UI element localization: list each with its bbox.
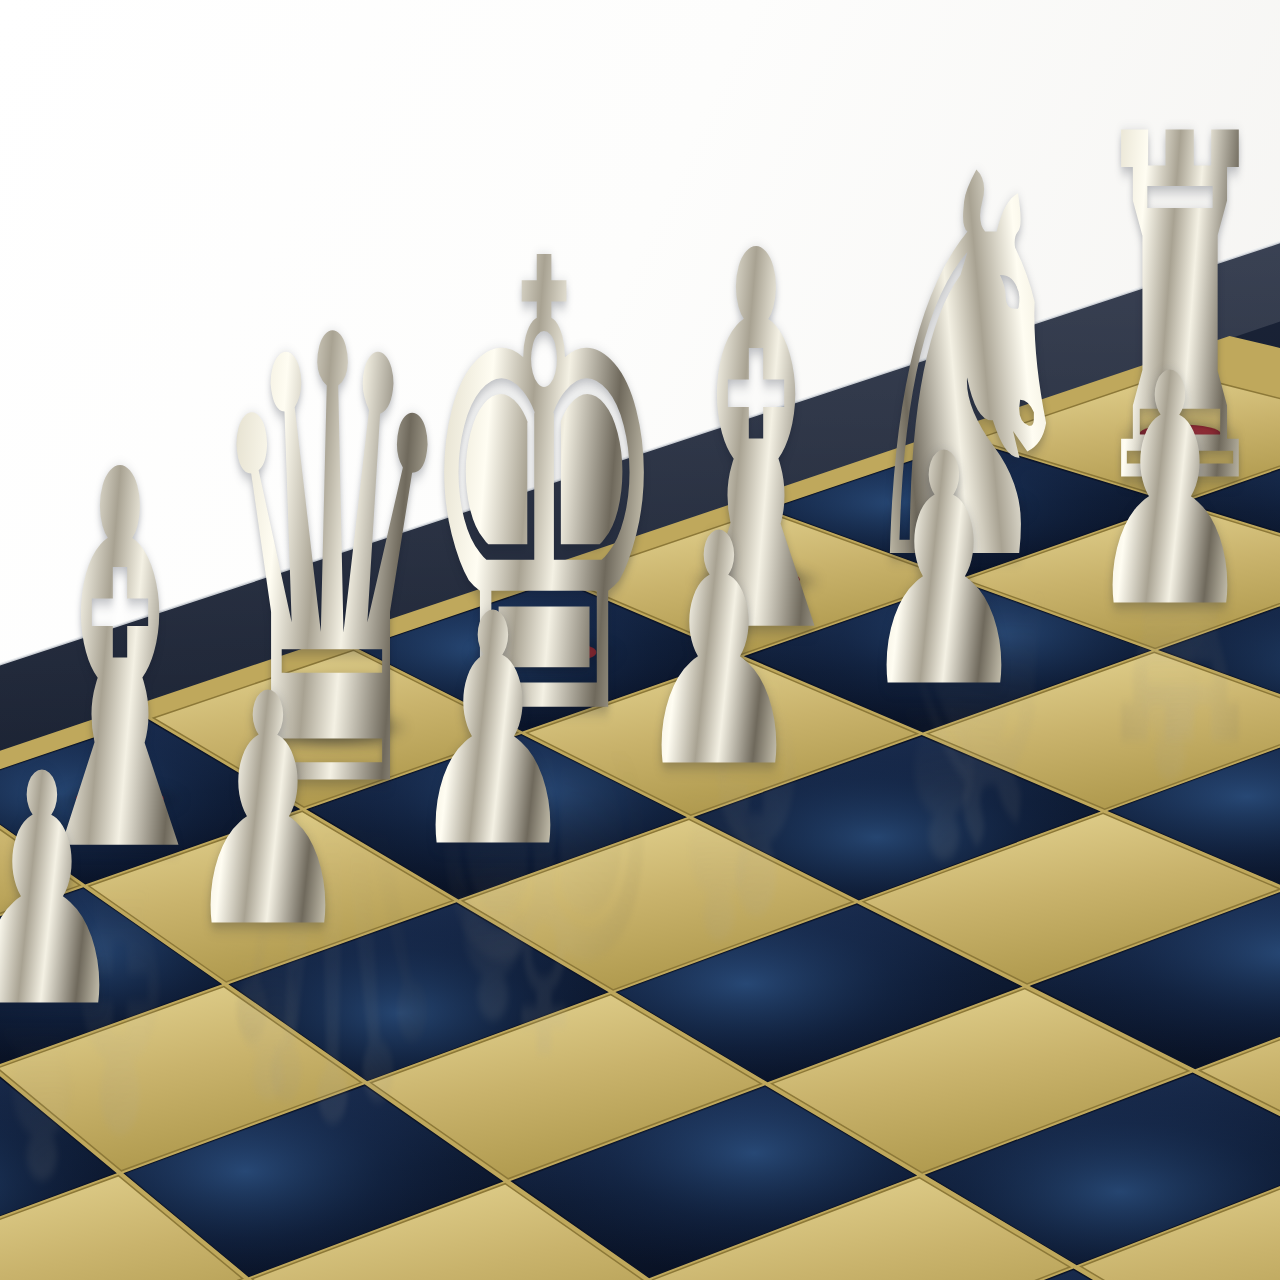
- white-pawn[interactable]: ♟: [1084, 332, 1256, 651]
- chess-pieces-layer: ♝♝♛♛♚♚♝♝♞♞♜♜♟♟♟♟♟♟♟♟♟♟♟♟: [0, 0, 1280, 1280]
- white-pawn[interactable]: ♟: [182, 652, 354, 971]
- product-photo-stage: ♝♝♛♛♚♚♝♝♞♞♜♜♟♟♟♟♟♟♟♟♟♟♟♟: [0, 0, 1280, 1280]
- white-pawn[interactable]: ♟: [0, 732, 128, 1051]
- white-pawn[interactable]: ♟: [859, 412, 1031, 731]
- white-pawn[interactable]: ♟: [407, 572, 579, 891]
- white-pawn[interactable]: ♟: [633, 492, 805, 811]
